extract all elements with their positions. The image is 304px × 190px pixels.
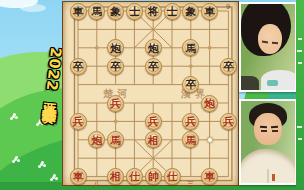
player-photo-black-top [239,2,297,92]
face [258,24,282,54]
clipped-text-fragment [298,38,302,40]
file-number-label-bottom: 三 [187,179,194,189]
clipped-text-fragment [297,50,302,52]
piece-red-仕[interactable]: 仕 [126,168,143,185]
collar [267,80,278,86]
piece-red-車[interactable]: 車 [70,168,87,185]
clipped-text-fragment [297,126,302,128]
piece-black-将[interactable]: 将 [145,3,162,20]
piece-black-象[interactable]: 象 [107,3,124,20]
file-number-label-top: 9 [226,3,230,11]
piece-red-仕[interactable]: 仕 [164,168,181,185]
shadow-corner [241,76,259,90]
piece-red-相[interactable]: 相 [145,131,162,148]
cloud [20,4,46,12]
piece-black-車[interactable]: 車 [201,3,218,20]
last-move-origin-marker [207,137,213,143]
right-edge-strip [296,0,304,190]
piece-red-兵[interactable]: 兵 [220,113,237,130]
shirt [261,70,295,90]
piece-red-兵[interactable]: 兵 [145,113,162,130]
piece-red-帥[interactable]: 帥 [145,168,162,185]
piece-red-兵[interactable]: 兵 [70,113,87,130]
eye [272,42,278,44]
piece-red-炮[interactable]: 炮 [201,95,218,112]
video-frame: { "game": "xiangqi", "banner": { "text":… [0,0,304,190]
piece-black-卒[interactable]: 卒 [70,58,87,75]
piece-black-象[interactable]: 象 [182,3,199,20]
piece-black-卒[interactable]: 卒 [107,58,124,75]
face [254,113,282,145]
eye [272,130,278,132]
piece-black-馬[interactable]: 馬 [88,3,105,20]
piece-black-士[interactable]: 士 [164,3,181,20]
player-photo-red-bottom [239,99,297,185]
piece-black-車[interactable]: 車 [70,3,87,20]
piece-black-卒[interactable]: 卒 [220,58,237,75]
piece-black-卒[interactable]: 卒 [145,58,162,75]
eye [261,130,267,132]
piece-black-炮[interactable]: 炮 [145,39,162,56]
board-grid [63,2,240,187]
piece-black-士[interactable]: 士 [126,3,143,20]
piece-red-兵[interactable]: 兵 [107,95,124,112]
jacket-zip [267,169,269,183]
lanyard [272,174,275,181]
clipped-text-fragment [298,138,302,140]
clipped-text-fragment [298,62,302,64]
file-number-label-bottom: 八 [93,179,100,189]
flower-decor [52,176,55,179]
xiangqi-board[interactable]: 楚河 漢界 9 八 三 車馬象士将士象車炮炮馬卒卒卒卒卒兵炮兵兵兵兵炮馬相馬車相… [62,1,239,186]
flower-decor [12,115,15,118]
player-portrait-man [241,101,295,183]
player-portrait-woman [241,4,295,90]
